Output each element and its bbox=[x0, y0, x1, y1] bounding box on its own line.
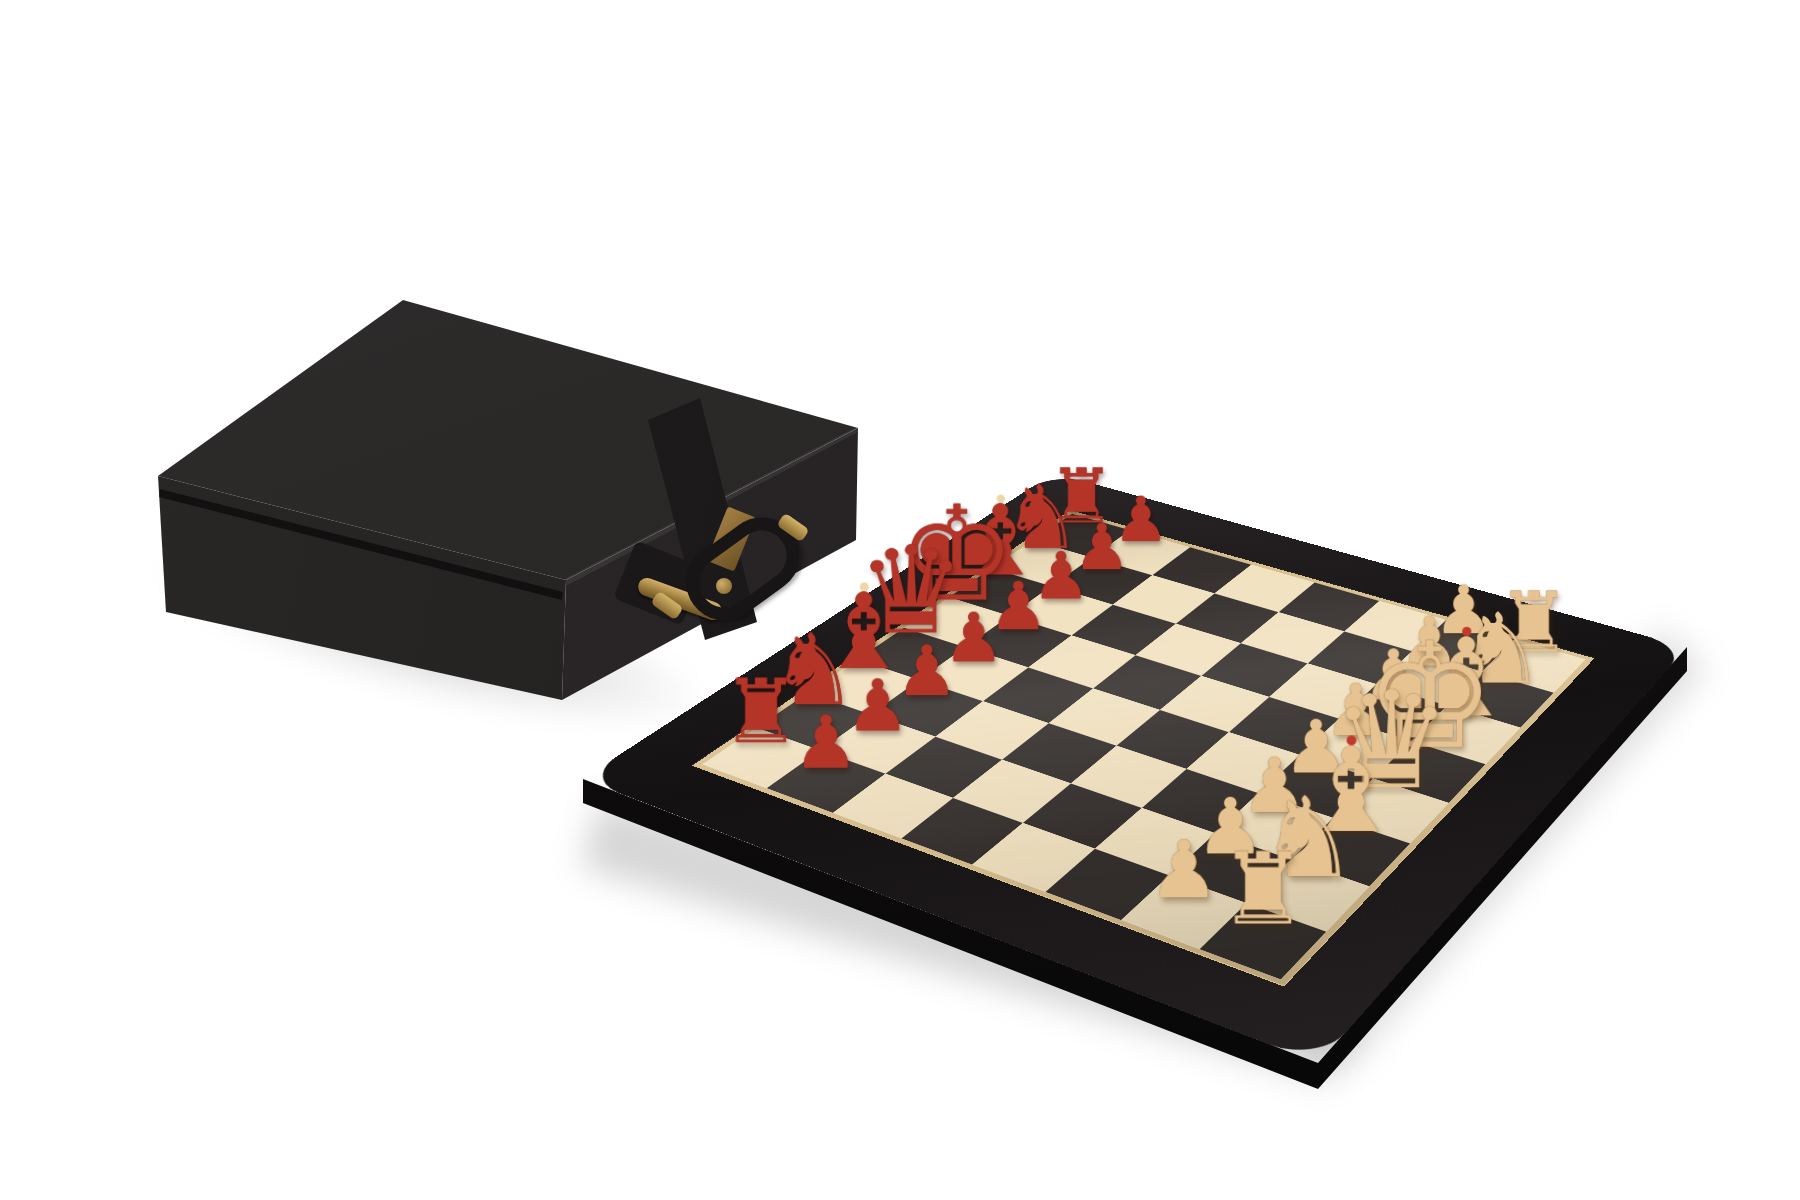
bishop-finial bbox=[859, 582, 868, 591]
scene: ♜♞♝♛♚♝♞♜♟♟♟♟♟♟♟♟♟♟♟♟♟♟♟♟♜♞♝♛♚♝♞♜ bbox=[0, 0, 1800, 1200]
piece-natural-rook-a1: ♜ bbox=[1147, 839, 1379, 939]
bishop-finial bbox=[1346, 735, 1356, 745]
piece-red-pawn-a7: ♟ bbox=[721, 706, 931, 779]
